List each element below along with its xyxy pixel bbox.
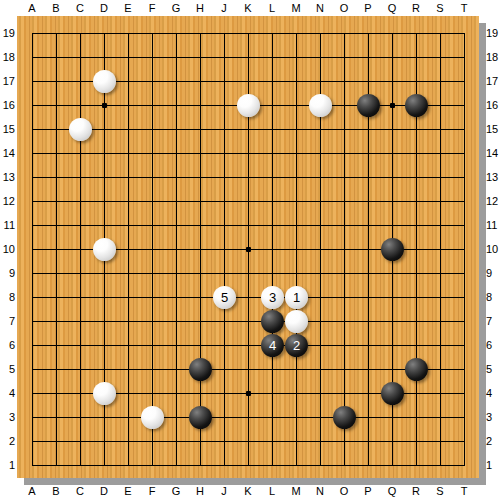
intersection-C3[interactable] [69,406,93,430]
intersection-S2[interactable] [429,430,453,454]
intersection-B6[interactable] [45,334,69,358]
intersection-T18[interactable] [453,46,477,70]
intersection-N3[interactable] [309,406,333,430]
intersection-O13[interactable] [333,166,357,190]
intersection-M11[interactable] [285,214,309,238]
intersection-J6[interactable] [213,334,237,358]
intersection-K1[interactable] [237,454,261,478]
intersection-K18[interactable] [237,46,261,70]
intersection-B7[interactable] [45,310,69,334]
intersection-B11[interactable] [45,214,69,238]
intersection-M8[interactable]: 1 [285,286,309,310]
intersection-L12[interactable] [261,190,285,214]
intersection-E11[interactable] [117,214,141,238]
intersection-T5[interactable] [453,358,477,382]
intersection-B9[interactable] [45,262,69,286]
intersection-J13[interactable] [213,166,237,190]
intersection-C13[interactable] [69,166,93,190]
intersection-D18[interactable] [93,46,117,70]
intersection-E3[interactable] [117,406,141,430]
intersection-P13[interactable] [357,166,381,190]
intersection-M19[interactable] [285,22,309,46]
intersection-P10[interactable] [357,238,381,262]
intersection-O1[interactable] [333,454,357,478]
intersection-D2[interactable] [93,430,117,454]
intersection-P3[interactable] [357,406,381,430]
intersection-L9[interactable] [261,262,285,286]
intersection-C15[interactable] [69,118,93,142]
intersection-F14[interactable] [141,142,165,166]
intersection-N11[interactable] [309,214,333,238]
intersection-R2[interactable] [405,430,429,454]
intersection-L2[interactable] [261,430,285,454]
intersection-R15[interactable] [405,118,429,142]
intersection-O2[interactable] [333,430,357,454]
intersection-S16[interactable] [429,94,453,118]
intersection-L6[interactable]: 4 [261,334,285,358]
intersection-N9[interactable] [309,262,333,286]
intersection-D6[interactable] [93,334,117,358]
intersection-C2[interactable] [69,430,93,454]
intersection-T19[interactable] [453,22,477,46]
intersection-T13[interactable] [453,166,477,190]
intersection-E10[interactable] [117,238,141,262]
intersection-M7[interactable] [285,310,309,334]
intersection-A18[interactable] [21,46,45,70]
intersection-E8[interactable] [117,286,141,310]
intersection-O18[interactable] [333,46,357,70]
intersection-J12[interactable] [213,190,237,214]
intersection-K11[interactable] [237,214,261,238]
intersection-F15[interactable] [141,118,165,142]
intersection-N16[interactable] [309,94,333,118]
intersection-M9[interactable] [285,262,309,286]
intersection-E5[interactable] [117,358,141,382]
intersection-M4[interactable] [285,382,309,406]
intersection-H19[interactable] [189,22,213,46]
intersection-S18[interactable] [429,46,453,70]
intersection-Q7[interactable] [381,310,405,334]
intersection-J3[interactable] [213,406,237,430]
intersection-D15[interactable] [93,118,117,142]
intersection-T3[interactable] [453,406,477,430]
intersection-N10[interactable] [309,238,333,262]
intersection-E17[interactable] [117,70,141,94]
intersection-D12[interactable] [93,190,117,214]
intersection-G17[interactable] [165,70,189,94]
intersection-H1[interactable] [189,454,213,478]
intersection-K8[interactable] [237,286,261,310]
intersection-R13[interactable] [405,166,429,190]
intersection-J7[interactable] [213,310,237,334]
intersection-D19[interactable] [93,22,117,46]
intersection-A8[interactable] [21,286,45,310]
intersection-C1[interactable] [69,454,93,478]
intersection-N1[interactable] [309,454,333,478]
intersection-S19[interactable] [429,22,453,46]
intersection-A7[interactable] [21,310,45,334]
intersection-T14[interactable] [453,142,477,166]
intersection-O4[interactable] [333,382,357,406]
intersection-O7[interactable] [333,310,357,334]
intersection-Q11[interactable] [381,214,405,238]
intersection-R1[interactable] [405,454,429,478]
intersection-B19[interactable] [45,22,69,46]
intersection-P14[interactable] [357,142,381,166]
intersection-E4[interactable] [117,382,141,406]
intersection-H15[interactable] [189,118,213,142]
intersection-Q9[interactable] [381,262,405,286]
intersection-B17[interactable] [45,70,69,94]
intersection-H10[interactable] [189,238,213,262]
intersection-H8[interactable] [189,286,213,310]
intersection-R6[interactable] [405,334,429,358]
intersection-C4[interactable] [69,382,93,406]
intersection-P19[interactable] [357,22,381,46]
intersection-H4[interactable] [189,382,213,406]
intersection-S4[interactable] [429,382,453,406]
intersection-K17[interactable] [237,70,261,94]
intersection-C11[interactable] [69,214,93,238]
intersection-Q8[interactable] [381,286,405,310]
intersection-Q10[interactable] [381,238,405,262]
intersection-G8[interactable] [165,286,189,310]
intersection-G1[interactable] [165,454,189,478]
intersection-L5[interactable] [261,358,285,382]
intersection-F17[interactable] [141,70,165,94]
intersection-J11[interactable] [213,214,237,238]
intersection-K10[interactable] [237,238,261,262]
intersection-O14[interactable] [333,142,357,166]
intersection-R8[interactable] [405,286,429,310]
intersection-A12[interactable] [21,190,45,214]
intersection-L7[interactable] [261,310,285,334]
intersection-J19[interactable] [213,22,237,46]
intersection-L3[interactable] [261,406,285,430]
intersection-J4[interactable] [213,382,237,406]
intersection-H14[interactable] [189,142,213,166]
intersection-F11[interactable] [141,214,165,238]
intersection-C17[interactable] [69,70,93,94]
intersection-N4[interactable] [309,382,333,406]
intersection-F19[interactable] [141,22,165,46]
intersection-C6[interactable] [69,334,93,358]
intersection-R19[interactable] [405,22,429,46]
intersection-G12[interactable] [165,190,189,214]
intersection-C5[interactable] [69,358,93,382]
intersection-F8[interactable] [141,286,165,310]
intersection-J9[interactable] [213,262,237,286]
intersection-Q14[interactable] [381,142,405,166]
intersection-R4[interactable] [405,382,429,406]
intersection-K14[interactable] [237,142,261,166]
intersection-D7[interactable] [93,310,117,334]
intersection-J10[interactable] [213,238,237,262]
intersection-O6[interactable] [333,334,357,358]
intersection-A2[interactable] [21,430,45,454]
intersection-L13[interactable] [261,166,285,190]
intersection-T16[interactable] [453,94,477,118]
intersection-Q17[interactable] [381,70,405,94]
intersection-R18[interactable] [405,46,429,70]
intersection-K4[interactable] [237,382,261,406]
intersection-B8[interactable] [45,286,69,310]
intersection-Q6[interactable] [381,334,405,358]
intersection-S13[interactable] [429,166,453,190]
intersection-D14[interactable] [93,142,117,166]
intersection-A19[interactable] [21,22,45,46]
intersection-N6[interactable] [309,334,333,358]
intersection-M6[interactable]: 2 [285,334,309,358]
intersection-T7[interactable] [453,310,477,334]
intersection-N2[interactable] [309,430,333,454]
intersection-R11[interactable] [405,214,429,238]
intersection-N14[interactable] [309,142,333,166]
intersection-A5[interactable] [21,358,45,382]
intersection-L4[interactable] [261,382,285,406]
intersection-J8[interactable]: 5 [213,286,237,310]
intersection-G3[interactable] [165,406,189,430]
intersection-R14[interactable] [405,142,429,166]
intersection-C10[interactable] [69,238,93,262]
intersection-G15[interactable] [165,118,189,142]
intersection-S1[interactable] [429,454,453,478]
intersection-G14[interactable] [165,142,189,166]
intersection-T17[interactable] [453,70,477,94]
intersection-F16[interactable] [141,94,165,118]
intersection-L16[interactable] [261,94,285,118]
intersection-J16[interactable] [213,94,237,118]
intersection-L11[interactable] [261,214,285,238]
intersection-S7[interactable] [429,310,453,334]
intersection-F6[interactable] [141,334,165,358]
intersection-B4[interactable] [45,382,69,406]
intersection-Q5[interactable] [381,358,405,382]
intersection-E12[interactable] [117,190,141,214]
intersection-C9[interactable] [69,262,93,286]
intersection-K3[interactable] [237,406,261,430]
intersection-O9[interactable] [333,262,357,286]
intersection-S11[interactable] [429,214,453,238]
intersection-R17[interactable] [405,70,429,94]
intersection-R5[interactable] [405,358,429,382]
intersection-D10[interactable] [93,238,117,262]
intersection-G16[interactable] [165,94,189,118]
intersection-E15[interactable] [117,118,141,142]
intersection-B1[interactable] [45,454,69,478]
intersection-P7[interactable] [357,310,381,334]
intersection-F5[interactable] [141,358,165,382]
intersection-B12[interactable] [45,190,69,214]
intersection-C12[interactable] [69,190,93,214]
intersection-M14[interactable] [285,142,309,166]
intersection-A11[interactable] [21,214,45,238]
intersection-P6[interactable] [357,334,381,358]
intersection-E13[interactable] [117,166,141,190]
intersection-N17[interactable] [309,70,333,94]
intersection-F18[interactable] [141,46,165,70]
intersection-P15[interactable] [357,118,381,142]
intersection-K5[interactable] [237,358,261,382]
intersection-N12[interactable] [309,190,333,214]
intersection-J15[interactable] [213,118,237,142]
intersection-E9[interactable] [117,262,141,286]
intersection-T15[interactable] [453,118,477,142]
intersection-L10[interactable] [261,238,285,262]
intersection-D16[interactable] [93,94,117,118]
intersection-J2[interactable] [213,430,237,454]
intersection-D17[interactable] [93,70,117,94]
intersection-H11[interactable] [189,214,213,238]
intersection-M1[interactable] [285,454,309,478]
intersection-C14[interactable] [69,142,93,166]
intersection-F2[interactable] [141,430,165,454]
intersection-B16[interactable] [45,94,69,118]
intersection-H2[interactable] [189,430,213,454]
intersection-F4[interactable] [141,382,165,406]
intersection-E19[interactable] [117,22,141,46]
intersection-J17[interactable] [213,70,237,94]
intersection-P12[interactable] [357,190,381,214]
intersection-F9[interactable] [141,262,165,286]
intersection-P5[interactable] [357,358,381,382]
intersection-P4[interactable] [357,382,381,406]
intersection-O15[interactable] [333,118,357,142]
intersection-E16[interactable] [117,94,141,118]
intersection-G2[interactable] [165,430,189,454]
intersection-G4[interactable] [165,382,189,406]
intersection-D4[interactable] [93,382,117,406]
intersection-P11[interactable] [357,214,381,238]
intersection-G9[interactable] [165,262,189,286]
intersection-G19[interactable] [165,22,189,46]
intersection-S5[interactable] [429,358,453,382]
intersection-Q3[interactable] [381,406,405,430]
intersection-M3[interactable] [285,406,309,430]
intersection-O8[interactable] [333,286,357,310]
intersection-Q4[interactable] [381,382,405,406]
intersection-H16[interactable] [189,94,213,118]
intersection-L15[interactable] [261,118,285,142]
intersection-T8[interactable] [453,286,477,310]
intersection-R3[interactable] [405,406,429,430]
intersection-N15[interactable] [309,118,333,142]
intersection-B13[interactable] [45,166,69,190]
intersection-P9[interactable] [357,262,381,286]
intersection-O3[interactable] [333,406,357,430]
intersection-A6[interactable] [21,334,45,358]
intersection-G10[interactable] [165,238,189,262]
intersection-O10[interactable] [333,238,357,262]
intersection-E18[interactable] [117,46,141,70]
intersection-S12[interactable] [429,190,453,214]
intersection-Q13[interactable] [381,166,405,190]
intersection-E6[interactable] [117,334,141,358]
intersection-C8[interactable] [69,286,93,310]
intersection-H3[interactable] [189,406,213,430]
intersection-T12[interactable] [453,190,477,214]
intersection-P16[interactable] [357,94,381,118]
intersection-T9[interactable] [453,262,477,286]
intersection-B14[interactable] [45,142,69,166]
intersection-H18[interactable] [189,46,213,70]
intersection-K2[interactable] [237,430,261,454]
intersection-Q12[interactable] [381,190,405,214]
intersection-M17[interactable] [285,70,309,94]
intersection-T10[interactable] [453,238,477,262]
intersection-J18[interactable] [213,46,237,70]
intersection-B3[interactable] [45,406,69,430]
intersection-D3[interactable] [93,406,117,430]
intersection-Q16[interactable] [381,94,405,118]
intersection-F10[interactable] [141,238,165,262]
intersection-O12[interactable] [333,190,357,214]
intersection-A9[interactable] [21,262,45,286]
intersection-L1[interactable] [261,454,285,478]
intersection-O11[interactable] [333,214,357,238]
intersection-P2[interactable] [357,430,381,454]
intersection-D9[interactable] [93,262,117,286]
intersection-L19[interactable] [261,22,285,46]
intersection-B10[interactable] [45,238,69,262]
intersection-H5[interactable] [189,358,213,382]
intersection-D13[interactable] [93,166,117,190]
intersection-K7[interactable] [237,310,261,334]
intersection-O17[interactable] [333,70,357,94]
intersection-L18[interactable] [261,46,285,70]
intersection-C18[interactable] [69,46,93,70]
intersection-R9[interactable] [405,262,429,286]
intersection-E2[interactable] [117,430,141,454]
intersection-H12[interactable] [189,190,213,214]
intersection-H13[interactable] [189,166,213,190]
intersection-H6[interactable] [189,334,213,358]
intersection-S14[interactable] [429,142,453,166]
intersection-G5[interactable] [165,358,189,382]
intersection-D11[interactable] [93,214,117,238]
intersection-A13[interactable] [21,166,45,190]
intersection-Q1[interactable] [381,454,405,478]
intersection-C7[interactable] [69,310,93,334]
intersection-T11[interactable] [453,214,477,238]
intersection-D1[interactable] [93,454,117,478]
intersection-H9[interactable] [189,262,213,286]
intersection-O19[interactable] [333,22,357,46]
intersection-N5[interactable] [309,358,333,382]
intersection-O16[interactable] [333,94,357,118]
intersection-D5[interactable] [93,358,117,382]
intersection-A17[interactable] [21,70,45,94]
intersection-A15[interactable] [21,118,45,142]
intersection-L8[interactable]: 3 [261,286,285,310]
intersection-B2[interactable] [45,430,69,454]
intersection-H17[interactable] [189,70,213,94]
intersection-T6[interactable] [453,334,477,358]
intersection-K9[interactable] [237,262,261,286]
intersection-S9[interactable] [429,262,453,286]
intersection-K6[interactable] [237,334,261,358]
intersection-M12[interactable] [285,190,309,214]
intersection-R10[interactable] [405,238,429,262]
intersection-M15[interactable] [285,118,309,142]
intersection-N19[interactable] [309,22,333,46]
intersection-Q19[interactable] [381,22,405,46]
intersection-A16[interactable] [21,94,45,118]
intersection-J14[interactable] [213,142,237,166]
intersection-M10[interactable] [285,238,309,262]
intersection-G7[interactable] [165,310,189,334]
intersection-L17[interactable] [261,70,285,94]
